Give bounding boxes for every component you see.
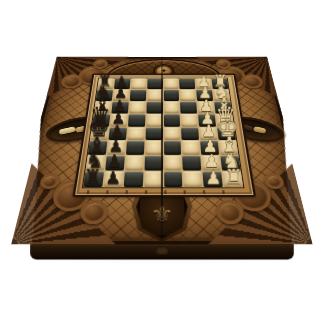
square: ♝ [214, 101, 232, 113]
square [145, 127, 162, 140]
square: ♝ [94, 101, 112, 113]
square [146, 101, 162, 113]
square [181, 127, 199, 140]
square [163, 101, 179, 113]
square [129, 101, 146, 113]
square: ♟ [203, 172, 223, 188]
square: ♟ [199, 127, 217, 140]
square: ♟ [196, 78, 212, 89]
fold-hinge-seam [161, 57, 163, 245]
square [144, 172, 163, 188]
carved-board: ✦ ⚜ ♜♟♟♜♞♟♟♞♝♟♟♝♛♟♟♛♚♟♟♚♝♟♟♝♞♟♟♞♜♟♟♜ [9, 57, 316, 245]
square [180, 101, 197, 113]
scroll-carving-icon [39, 173, 61, 189]
square [164, 172, 183, 188]
square: ♜ [222, 172, 243, 188]
square [130, 78, 146, 89]
square [127, 127, 145, 140]
chessboard-photo: ✦ ⚜ ♜♟♟♜♞♟♟♞♝♟♟♝♛♟♟♛♚♟♟♚♝♟♟♝♞♟♟♞♜♟♟♜ [0, 0, 322, 322]
square: ♟ [103, 172, 123, 188]
latch-icon [156, 247, 168, 254]
square: ♜ [83, 172, 104, 188]
square: ♟ [197, 101, 214, 113]
square [183, 172, 203, 188]
square: ♚ [90, 127, 109, 140]
square: ♟ [108, 127, 126, 140]
scroll-carving-icon [263, 173, 285, 189]
square: ♟ [114, 78, 130, 89]
square [179, 78, 195, 89]
square: ♟ [111, 101, 128, 113]
square: ♚ [217, 127, 236, 140]
scroll-carving-icon [215, 59, 231, 69]
square [164, 127, 181, 140]
square [163, 78, 179, 89]
pediment-medallion-icon: ✦ [153, 64, 175, 78]
box-front-edge [30, 243, 294, 259]
scroll-carving-icon [60, 74, 84, 88]
square [123, 172, 143, 188]
